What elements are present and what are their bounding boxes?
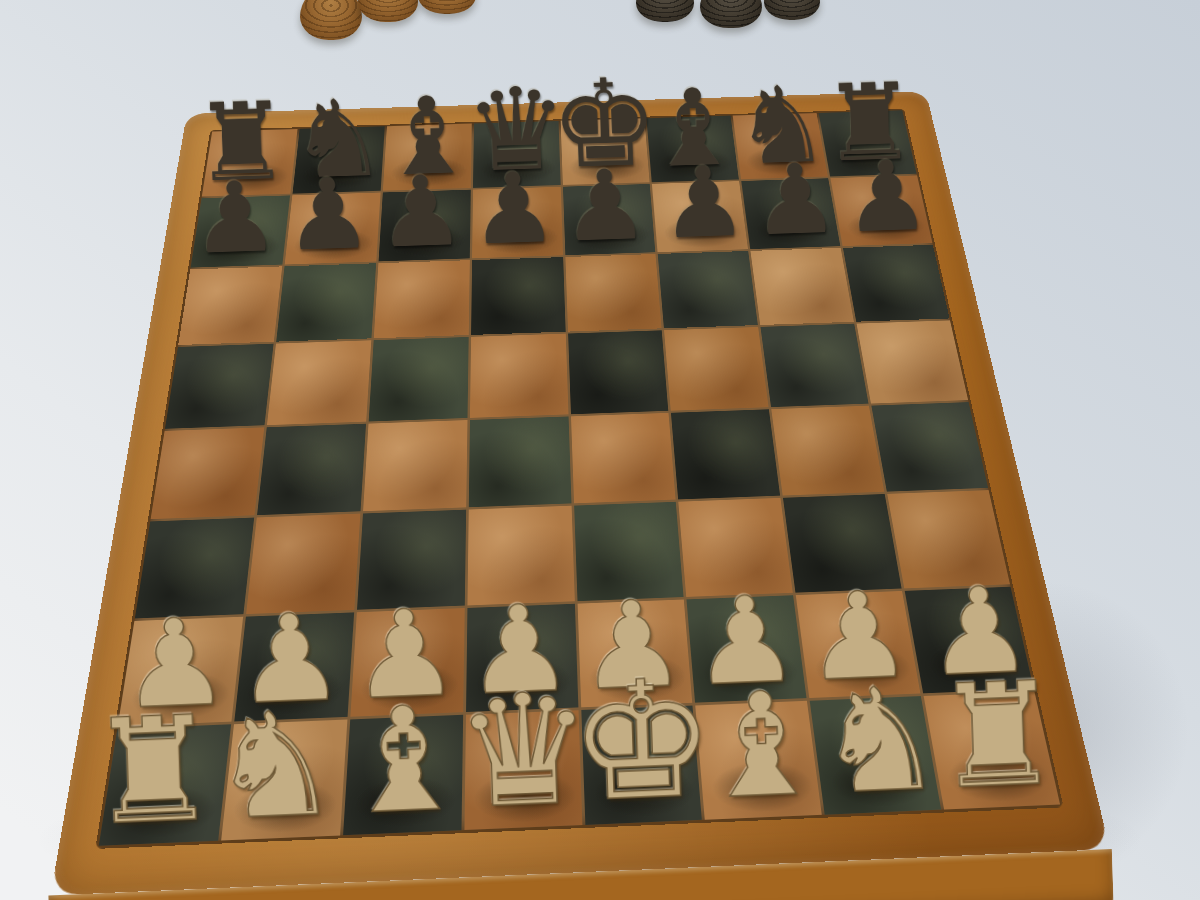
square-c5 (368, 337, 468, 421)
square-a6 (178, 267, 282, 345)
square-h7: ♟ (830, 175, 932, 246)
square-h6 (843, 245, 950, 322)
white-rook: ♜ (933, 666, 1064, 806)
square-c4 (363, 420, 467, 512)
wooden-board-frame: ♜♞♝♛♚♝♞♜♟♟♟♟♟♟♟♟♟♟♟♟♟♟♟♟♜♞♝♛♚♝♞♜ (50, 91, 1109, 895)
square-h4 (871, 402, 988, 492)
square-b4 (257, 423, 366, 515)
square-g6 (751, 248, 854, 325)
square-b7: ♟ (285, 192, 381, 264)
square-a4 (151, 427, 265, 519)
square-g1: ♞ (810, 696, 941, 814)
square-e5 (568, 330, 669, 414)
white-bishop: ♝ (696, 675, 828, 816)
white-rook: ♜ (86, 700, 221, 842)
square-f1: ♝ (696, 701, 822, 820)
black-pawn: ♟ (283, 167, 374, 262)
square-f4 (671, 409, 780, 500)
photo-scene: ♜♞♝♛♚♝♞♜♟♟♟♟♟♟♟♟♟♟♟♟♟♟♟♟♜♞♝♛♚♝♞♜ (0, 0, 1200, 900)
square-d4 (468, 416, 571, 507)
square-g4 (771, 405, 884, 495)
square-g5 (761, 324, 869, 407)
square-a7: ♟ (191, 195, 291, 268)
square-f5 (664, 327, 768, 410)
black-pawn: ♟ (561, 158, 651, 253)
square-c7: ♟ (378, 189, 470, 261)
white-bishop: ♝ (337, 690, 470, 832)
square-e4 (571, 413, 676, 504)
square-d6 (471, 257, 565, 335)
square-f6 (658, 251, 758, 328)
white-knight: ♞ (815, 670, 946, 810)
white-knight: ♞ (208, 695, 342, 837)
square-d7: ♟ (472, 187, 563, 259)
square-b6 (276, 263, 376, 341)
white-queen: ♛ (452, 675, 594, 826)
square-e6 (565, 254, 662, 331)
square-d5 (470, 334, 568, 418)
square-h5 (857, 320, 968, 403)
square-e1: ♚ (581, 706, 702, 825)
black-pawn: ♟ (843, 150, 932, 244)
square-c6 (374, 260, 470, 338)
black-pawn: ♟ (468, 161, 558, 256)
square-a5 (165, 344, 273, 429)
black-pawn: ♟ (376, 164, 466, 259)
square-c1: ♝ (343, 715, 463, 835)
square-b5 (267, 340, 371, 425)
square-f7: ♟ (652, 181, 748, 252)
black-pawn: ♟ (660, 155, 749, 249)
square-g7: ♟ (741, 178, 840, 249)
square-h1: ♜ (924, 692, 1060, 810)
square-d1: ♛ (464, 711, 582, 831)
board-grid: ♜♞♝♛♚♝♞♜♟♟♟♟♟♟♟♟♟♟♟♟♟♟♟♟♜♞♝♛♚♝♞♜ (99, 110, 1060, 845)
square-e7: ♟ (563, 184, 656, 256)
black-pawn: ♟ (751, 152, 840, 246)
black-pawn: ♟ (190, 170, 281, 265)
chess-board: ♜♞♝♛♚♝♞♜♟♟♟♟♟♟♟♟♟♟♟♟♟♟♟♟♜♞♝♛♚♝♞♜ (50, 91, 1109, 895)
square-b1: ♞ (221, 720, 347, 841)
